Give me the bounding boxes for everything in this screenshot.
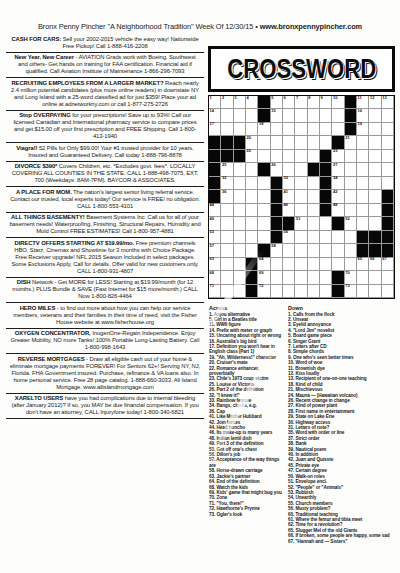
cell-r10c13 <box>357 217 369 230</box>
cell-r4c5 <box>258 136 270 149</box>
cell-r12c10 <box>320 244 332 257</box>
cell-r4c7 <box>283 136 295 149</box>
cell-r8c3 <box>234 190 246 203</box>
cell-r2c8 <box>295 109 307 122</box>
cell-number: 14 <box>210 109 214 114</box>
cell-r8c6 <box>271 190 283 203</box>
cell-r7c5 <box>258 177 270 190</box>
cell-r5c10 <box>320 150 332 163</box>
cell-r1c9: 8 <box>308 96 320 109</box>
ad-lead: ALL THINGS BASEMENTY! <box>11 214 85 220</box>
cell-r7c12 <box>345 177 357 190</box>
cell-r9c14 <box>369 204 381 217</box>
cell-r2c7 <box>283 109 295 122</box>
cell-r12c4 <box>246 244 258 257</box>
cell-r15c11 <box>332 285 344 298</box>
ad-lead: CASH FOR CARS: <box>11 36 61 42</box>
cell-r2c9 <box>308 109 320 122</box>
cell-r4c1 <box>209 136 221 149</box>
cell-r3c3 <box>234 123 246 136</box>
classified-ad: DIRECTV OFFERS STARTING AT $19.99/mo. Fr… <box>6 238 204 278</box>
cell-r6c15 <box>382 163 394 176</box>
cell-r3c15 <box>382 123 394 136</box>
cell-r4c13 <box>357 136 369 149</box>
classified-ad: DISH Network - Get MORE for LESS! Starti… <box>6 278 204 304</box>
cell-number: 2 <box>222 96 224 101</box>
classified-ad: REVERSE MORTGAGES - Draw all eligible ca… <box>6 354 204 394</box>
cell-r9c2 <box>221 204 233 217</box>
cell-r12c9 <box>308 244 320 257</box>
cell-r1c2: 2 <box>221 96 233 109</box>
cell-r6c3 <box>234 163 246 176</box>
cell-r14c4 <box>246 271 258 284</box>
cell-number: 9 <box>321 96 323 101</box>
cell-r10c8: 51 <box>295 217 307 230</box>
cell-r5c5 <box>258 150 270 163</box>
cell-r3c5: 18 <box>258 123 270 136</box>
cell-number: 34 <box>333 176 337 181</box>
cell-r9c4 <box>246 204 258 217</box>
cell-number: 22 <box>247 149 251 154</box>
cell-r4c10 <box>320 136 332 149</box>
cell-r5c7 <box>283 150 295 163</box>
classified-ad: A PLACE FOR MOM. The nation's largest se… <box>6 187 204 213</box>
cell-r3c14 <box>369 123 381 136</box>
cell-r10c3 <box>234 217 246 230</box>
cell-r14c7 <box>283 271 295 284</box>
cell-r5c3 <box>234 150 246 163</box>
cell-r7c10 <box>320 177 332 190</box>
cell-number: 69 <box>259 271 263 276</box>
cell-number: 26 <box>271 163 275 168</box>
cell-number: 17 <box>210 122 214 127</box>
cell-number: 1 <box>210 96 212 101</box>
cell-r11c7: 56 <box>283 231 295 244</box>
classified-ad: CASH FOR CARS: Sell your 2002-2015 vehic… <box>6 34 204 53</box>
cell-r6c5 <box>258 163 270 176</box>
cell-r8c14 <box>369 190 381 203</box>
cell-number: 73 <box>345 284 349 289</box>
cell-number: 44 <box>210 203 214 208</box>
cell-r2c3 <box>234 109 246 122</box>
across-clue: 57. Acceptance of the way things are <box>209 457 285 468</box>
cell-number: 8 <box>308 96 310 101</box>
cell-number: 27 <box>333 163 337 168</box>
cell-r4c15 <box>382 136 394 149</box>
cell-number: 4 <box>247 96 249 101</box>
cell-r6c6: 26 <box>271 163 283 176</box>
cell-r13c4 <box>246 258 258 271</box>
cell-r9c3 <box>234 204 246 217</box>
cell-r1c3: 3 <box>234 96 246 109</box>
cell-r7c1 <box>209 177 221 190</box>
classified-ad: HERO MILES - to find out more about how … <box>6 303 204 329</box>
cell-r5c1 <box>209 150 221 163</box>
cell-r8c12 <box>345 190 357 203</box>
across-clue: 73. Ogler's look <box>209 512 285 517</box>
cell-r12c7 <box>283 244 295 257</box>
ad-lead: RECRUITING EMPLOYEES FROM A LARGER MARKE… <box>11 80 163 86</box>
cell-number: 58 <box>271 244 275 249</box>
cell-r8c2: 36 <box>221 190 233 203</box>
cell-r13c13: 65 <box>357 258 369 271</box>
cell-r8c8 <box>295 190 307 203</box>
cell-r1c5 <box>258 96 270 109</box>
cell-r7c9 <box>308 177 320 190</box>
cell-r5c9 <box>308 150 320 163</box>
crossword-grid: 1234567891011121314151617181920212223252… <box>208 95 395 299</box>
cell-number: 6 <box>284 96 286 101</box>
cell-r13c7 <box>283 258 295 271</box>
cell-r5c8 <box>295 150 307 163</box>
cell-r10c2 <box>221 217 233 230</box>
cell-r1c15: 13 <box>382 96 394 109</box>
cell-r11c4 <box>246 231 258 244</box>
cell-number: 23 <box>333 149 337 154</box>
cell-r6c1 <box>209 163 221 176</box>
cell-r3c13: 19 <box>357 123 369 136</box>
cell-r8c10 <box>320 190 332 203</box>
cell-number: 25 <box>222 163 226 168</box>
cell-r15c2 <box>221 285 233 298</box>
cell-r3c8 <box>295 123 307 136</box>
cell-r11c2 <box>221 231 233 244</box>
cell-r6c4 <box>246 163 258 176</box>
cell-r12c11 <box>332 244 344 257</box>
cell-r1c8: 7 <box>295 96 307 109</box>
cell-r15c5: 72 <box>258 285 270 298</box>
cell-number: 16 <box>358 109 362 114</box>
masthead-url: www.bronxpennypincher.com <box>260 22 362 31</box>
across-clue-list: 1. Anjou alternative 5. Girl in a Beatle… <box>209 312 285 517</box>
cell-r2c12 <box>345 109 357 122</box>
cell-r3c10 <box>320 123 332 136</box>
classified-ad: ALL THINGS BASEMENTY! Basement Systems I… <box>6 213 204 239</box>
cell-r1c4: 4 <box>246 96 258 109</box>
cell-r15c6 <box>271 285 283 298</box>
cell-r6c12 <box>345 163 357 176</box>
cell-number: 18 <box>259 122 263 127</box>
ad-lead: New Year, New Career <box>14 54 73 60</box>
cell-r15c7 <box>283 285 295 298</box>
classified-ad: XARELTO USERS have you had complications… <box>6 394 204 420</box>
classified-ad: DIVORCE $390* Covers Children, etc. *Exc… <box>6 162 204 188</box>
cell-r5c4: 22 <box>246 150 258 163</box>
ad-lead: A PLACE FOR MOM. <box>16 189 72 195</box>
cell-r5c12 <box>345 150 357 163</box>
cell-number: 5 <box>271 96 273 101</box>
cell-r2c11 <box>332 109 344 122</box>
cell-number: 33 <box>284 176 288 181</box>
cell-r4c6 <box>271 136 283 149</box>
cell-number: 20 <box>247 136 251 141</box>
down-clue: 67. "Hannah and — Sisters" <box>288 539 396 544</box>
cell-number: 42 <box>333 190 337 195</box>
cell-r12c12 <box>345 244 357 257</box>
cell-r4c12: 21 <box>345 136 357 149</box>
down-clue-list: 1. Calls from the flock 2. Unseat 3. Eye… <box>288 312 396 544</box>
cell-r2c4 <box>246 109 258 122</box>
cell-r9c5 <box>258 204 270 217</box>
cell-r11c10 <box>320 231 332 244</box>
cell-r12c3 <box>234 244 246 257</box>
ad-text: Sell your 2002-2015 vehicle the easy way… <box>62 36 198 49</box>
cell-r4c3 <box>234 136 246 149</box>
ad-text: 52 Pills for Only $99.00! Your #1 truste… <box>28 145 193 158</box>
ad-lead: DISH <box>17 279 31 285</box>
cell-number: 51 <box>296 217 300 222</box>
cell-r10c15 <box>382 217 394 230</box>
cell-r13c11 <box>332 258 344 271</box>
ad-lead: XARELTO USERS <box>15 395 63 401</box>
cell-r1c7: 6 <box>283 96 295 109</box>
cell-r4c14 <box>369 136 381 149</box>
cell-r12c8 <box>295 244 307 257</box>
cell-r4c8 <box>295 136 307 149</box>
cell-number: 7 <box>296 96 298 101</box>
cell-r10c12: 52 <box>345 217 357 230</box>
ad-lead: OXYGEN CONCENTRATOR, <box>15 330 91 336</box>
cell-r15c12: 73 <box>345 285 357 298</box>
classified-ad: Viagra!! 52 Pills for Only $99.00! Your … <box>6 143 204 162</box>
classified-ad: OXYGEN CONCENTRATOR, InogenOne-Regain In… <box>6 329 204 355</box>
cell-number: 46 <box>284 203 288 208</box>
cell-r2c15 <box>382 109 394 122</box>
classified-ad: Stop OVERPAYING for your prescriptions! … <box>6 111 204 144</box>
cell-number: 36 <box>222 190 226 195</box>
masthead-text: Bronx Penny Pincher "A Neighborhood Trad… <box>38 22 258 31</box>
classified-ad: New Year, New Career - AVIATION Grads wo… <box>6 53 204 79</box>
down-header: Down <box>288 305 396 311</box>
cell-r5c15 <box>382 150 394 163</box>
cell-r3c7 <box>283 123 295 136</box>
newspaper-page: Bronx Penny Pincher "A Neighborhood Trad… <box>0 0 400 573</box>
cell-r9c10 <box>320 204 332 217</box>
cell-r15c10 <box>320 285 332 298</box>
cell-number: 56 <box>284 230 288 235</box>
cell-r13c2 <box>221 258 233 271</box>
cell-r12c6: 58 <box>271 244 283 257</box>
cell-r10c11 <box>332 217 344 230</box>
cell-r13c9 <box>308 258 320 271</box>
cell-r11c12 <box>345 231 357 244</box>
across-clue: 15. Uncaring about right or wrong <box>209 333 285 338</box>
cell-number: 66 <box>370 257 374 262</box>
cell-r14c9 <box>308 271 320 284</box>
cell-r14c2 <box>221 271 233 284</box>
cell-r4c9 <box>308 136 320 149</box>
masthead: Bronx Penny Pincher "A Neighborhood Trad… <box>0 22 400 31</box>
cell-r3c6 <box>271 123 283 136</box>
across-clue: 22. Romance enhancer, proverbially <box>209 366 285 377</box>
cell-r13c8 <box>295 258 307 271</box>
cell-r7c14 <box>369 177 381 190</box>
cell-number: 67 <box>382 257 386 262</box>
cell-number: 72 <box>259 284 263 289</box>
cell-r14c10 <box>320 271 332 284</box>
cell-r2c2 <box>221 109 233 122</box>
cell-number: 53 <box>210 230 214 235</box>
cell-r15c4 <box>246 285 258 298</box>
cell-r15c14 <box>369 285 381 298</box>
cell-r11c8 <box>295 231 307 244</box>
cell-r10c4 <box>246 217 258 230</box>
cell-r3c2 <box>221 123 233 136</box>
cell-r13c10 <box>320 258 332 271</box>
ad-lead: DIRECTV OFFERS STARTING AT $19.99/mo. <box>15 240 135 246</box>
cell-r14c13 <box>357 271 369 284</box>
cell-r12c2 <box>221 244 233 257</box>
cell-r15c1: 71 <box>209 285 221 298</box>
cell-number: 48 <box>333 203 337 208</box>
ad-text: Network - Get MORE for LESS! Starting at… <box>12 279 197 299</box>
ad-lead: Viagra!! <box>16 145 37 151</box>
cell-r8c5 <box>258 190 270 203</box>
cell-r6c8 <box>295 163 307 176</box>
cell-number: 49 <box>210 217 214 222</box>
cell-r14c6 <box>271 271 283 284</box>
cell-r5c13 <box>357 150 369 163</box>
cell-r2c6: 15 <box>271 109 283 122</box>
cell-r13c15: 67 <box>382 258 394 271</box>
crossword-title: CROSSWORD <box>227 54 376 85</box>
ad-lead: Stop OVERPAYING <box>19 112 71 118</box>
cell-r1c14: 12 <box>369 96 381 109</box>
cell-r9c7: 46 <box>283 204 295 217</box>
cell-r3c1: 17 <box>209 123 221 136</box>
cell-r15c9 <box>308 285 320 298</box>
cell-r6c10 <box>320 163 332 176</box>
cell-r14c8 <box>295 271 307 284</box>
cell-r4c2 <box>221 136 233 149</box>
ad-lead: DIVORCE $390* <box>15 163 58 169</box>
cell-r15c3 <box>234 285 246 298</box>
cell-r13c6 <box>271 258 283 271</box>
classifieds-column: CASH FOR CARS: Sell your 2002-2015 vehic… <box>6 34 204 419</box>
cell-r11c14 <box>369 231 381 244</box>
cell-r8c13 <box>357 190 369 203</box>
cell-r14c15 <box>382 271 394 284</box>
cell-r1c12 <box>345 96 357 109</box>
cell-r14c3 <box>234 271 246 284</box>
cell-r9c9 <box>308 204 320 217</box>
cell-r11c15 <box>382 231 394 244</box>
cell-number: 3 <box>234 96 236 101</box>
ad-lead: HERO MILES <box>20 305 56 311</box>
cell-r15c8 <box>295 285 307 298</box>
cell-number: 52 <box>345 217 349 222</box>
cell-r3c11 <box>332 123 344 136</box>
cell-r9c11: 48 <box>332 204 344 217</box>
across-clues-column: Across 1. Anjou alternative 5. Girl in a… <box>209 305 285 517</box>
cell-r2c10 <box>320 109 332 122</box>
ad-lead: REVERSE MORTGAGES <box>18 356 85 362</box>
crossword-title-box: CROSSWORD <box>208 46 395 92</box>
cell-number: 68 <box>210 271 214 276</box>
down-clues-column: Down 1. Calls from the flock 2. Unseat 3… <box>288 305 396 544</box>
cell-r13c3 <box>234 258 246 271</box>
cell-number: 64 <box>259 257 263 262</box>
cell-r11c5 <box>258 231 270 244</box>
cell-r1c11: 10 <box>332 96 344 109</box>
cell-number: 32 <box>222 176 226 181</box>
cell-number: 71 <box>210 284 214 289</box>
cell-r7c13 <box>357 177 369 190</box>
cell-number: 41 <box>284 190 288 195</box>
cell-r7c8 <box>295 177 307 190</box>
cell-r10c10 <box>320 217 332 230</box>
cell-r9c13 <box>357 204 369 217</box>
cell-r5c14 <box>369 150 381 163</box>
cell-r3c9 <box>308 123 320 136</box>
cell-r10c5 <box>258 217 270 230</box>
cell-r7c4 <box>246 177 258 190</box>
cell-number: 10 <box>333 96 337 101</box>
cell-number: 57 <box>210 244 214 249</box>
down-clue: 66. If broken, some people are happy, so… <box>288 533 396 538</box>
cell-r2c14 <box>369 109 381 122</box>
cell-r8c9 <box>308 190 320 203</box>
cell-number: 70 <box>345 271 349 276</box>
cell-number: 12 <box>370 96 374 101</box>
cell-r6c14 <box>369 163 381 176</box>
crossword-section: CROSSWORD 123456789101112131415161718192… <box>208 46 395 299</box>
cell-r15c15 <box>382 285 394 298</box>
cell-r11c13 <box>357 231 369 244</box>
cell-r6c9 <box>308 163 320 176</box>
cell-number: 65 <box>358 257 362 262</box>
cell-number: 15 <box>271 109 275 114</box>
cell-r9c15 <box>382 204 394 217</box>
cell-r10c14 <box>369 217 381 230</box>
cell-number: 21 <box>345 136 349 141</box>
cell-r11c9 <box>308 231 320 244</box>
classified-ad: RECRUITING EMPLOYEES FROM A LARGER MARKE… <box>6 78 204 111</box>
cell-r14c14 <box>369 271 381 284</box>
cell-r14c11 <box>332 271 344 284</box>
cell-r7c15 <box>382 177 394 190</box>
cell-r11c11 <box>332 231 344 244</box>
cell-number: 13 <box>382 96 386 101</box>
cell-r11c3 <box>234 231 246 244</box>
cell-r8c15 <box>382 190 394 203</box>
cell-number: 19 <box>358 122 362 127</box>
cell-r7c3 <box>234 177 246 190</box>
cell-number: 63 <box>210 257 214 262</box>
cell-r1c10: 9 <box>320 96 332 109</box>
across-header: Across <box>209 305 285 311</box>
cell-r15c13 <box>357 285 369 298</box>
cell-r7c6 <box>271 177 283 190</box>
cell-r10c9 <box>308 217 320 230</box>
cell-r9c6 <box>271 204 283 217</box>
cell-number: 11 <box>358 96 362 101</box>
cell-r10c6 <box>271 217 283 230</box>
across-clue: 17. Definition you won't hear in English… <box>209 344 285 355</box>
cell-r13c14: 66 <box>369 258 381 271</box>
cell-r8c4 <box>246 190 258 203</box>
cell-r6c13 <box>357 163 369 176</box>
